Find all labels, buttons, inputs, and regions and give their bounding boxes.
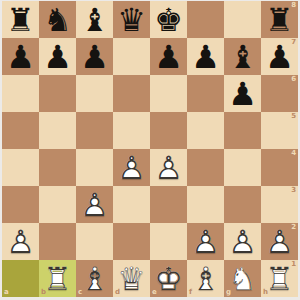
chess-board: ♜♞♝♛♚♜8♟♟♟♟♟♝♟7♟65♟♙♟♙4♟♙3♟♙♟♙♟♙♟♙2a♜♖b♝…: [2, 1, 298, 297]
square-g3[interactable]: [224, 186, 261, 223]
square-g7[interactable]: ♝: [224, 38, 261, 75]
piece-white-bishop[interactable]: ♝♗: [76, 260, 113, 297]
piece-white-queen[interactable]: ♛♕: [113, 260, 150, 297]
piece-black-pawn[interactable]: ♟: [224, 75, 261, 112]
square-h1[interactable]: ♜♖1h: [261, 260, 298, 297]
piece-outline-layer: ♙: [224, 223, 261, 260]
square-b4[interactable]: [39, 149, 76, 186]
square-g4[interactable]: [224, 149, 261, 186]
piece-white-pawn[interactable]: ♟♙: [150, 149, 187, 186]
square-h7[interactable]: ♟7: [261, 38, 298, 75]
square-a4[interactable]: [2, 149, 39, 186]
piece-outline-layer: ♔: [150, 260, 187, 297]
square-b8[interactable]: ♞: [39, 1, 76, 38]
piece-outline-layer: ♗: [187, 260, 224, 297]
square-f3[interactable]: [187, 186, 224, 223]
square-b6[interactable]: [39, 75, 76, 112]
piece-black-pawn[interactable]: ♟: [261, 38, 298, 75]
square-d7[interactable]: [113, 38, 150, 75]
square-c6[interactable]: [76, 75, 113, 112]
square-f1[interactable]: ♝♗f: [187, 260, 224, 297]
square-h5[interactable]: 5: [261, 112, 298, 149]
square-f5[interactable]: [187, 112, 224, 149]
square-e5[interactable]: [150, 112, 187, 149]
square-g8[interactable]: [224, 1, 261, 38]
piece-white-rook[interactable]: ♜♖: [261, 260, 298, 297]
square-f6[interactable]: [187, 75, 224, 112]
square-c4[interactable]: [76, 149, 113, 186]
piece-black-rook[interactable]: ♜: [261, 1, 298, 38]
square-g6[interactable]: ♟: [224, 75, 261, 112]
square-g1[interactable]: ♞♘g: [224, 260, 261, 297]
piece-white-bishop[interactable]: ♝♗: [187, 260, 224, 297]
piece-white-pawn[interactable]: ♟♙: [261, 223, 298, 260]
square-a7[interactable]: ♟: [2, 38, 39, 75]
square-e1[interactable]: ♚♔e: [150, 260, 187, 297]
square-d1[interactable]: ♛♕d: [113, 260, 150, 297]
chess-app: { "game": "chess", "position": { "fen": …: [0, 0, 300, 300]
piece-outline-layer: ♘: [224, 260, 261, 297]
piece-white-pawn[interactable]: ♟♙: [187, 223, 224, 260]
piece-black-knight[interactable]: ♞: [39, 1, 76, 38]
piece-white-rook[interactable]: ♜♖: [39, 260, 76, 297]
square-e7[interactable]: ♟: [150, 38, 187, 75]
piece-black-pawn[interactable]: ♟: [39, 38, 76, 75]
piece-white-pawn[interactable]: ♟♙: [2, 223, 39, 260]
square-b2[interactable]: [39, 223, 76, 260]
square-c7[interactable]: ♟: [76, 38, 113, 75]
square-c8[interactable]: ♝: [76, 1, 113, 38]
piece-outline-layer: ♙: [261, 223, 298, 260]
rank-label-4: 4: [291, 150, 296, 157]
square-a5[interactable]: [2, 112, 39, 149]
square-a3[interactable]: [2, 186, 39, 223]
square-g5[interactable]: [224, 112, 261, 149]
piece-white-king[interactable]: ♚♔: [150, 260, 187, 297]
piece-black-rook[interactable]: ♜: [2, 1, 39, 38]
piece-outline-layer: ♕: [113, 260, 150, 297]
square-b3[interactable]: [39, 186, 76, 223]
square-h3[interactable]: 3: [261, 186, 298, 223]
square-c2[interactable]: [76, 223, 113, 260]
piece-outline-layer: ♙: [2, 223, 39, 260]
square-h4[interactable]: 4: [261, 149, 298, 186]
square-a6[interactable]: [2, 75, 39, 112]
square-e3[interactable]: [150, 186, 187, 223]
square-d6[interactable]: [113, 75, 150, 112]
square-a1[interactable]: a: [2, 260, 39, 297]
square-e2[interactable]: [150, 223, 187, 260]
piece-outline-layer: ♙: [187, 223, 224, 260]
square-c3[interactable]: ♟♙: [76, 186, 113, 223]
piece-white-knight[interactable]: ♞♘: [224, 260, 261, 297]
square-g2[interactable]: ♟♙: [224, 223, 261, 260]
square-a8[interactable]: ♜: [2, 1, 39, 38]
piece-white-pawn[interactable]: ♟♙: [76, 186, 113, 223]
piece-outline-layer: ♙: [113, 149, 150, 186]
square-e6[interactable]: [150, 75, 187, 112]
square-d8[interactable]: ♛: [113, 1, 150, 38]
square-d4[interactable]: ♟♙: [113, 149, 150, 186]
square-f8[interactable]: [187, 1, 224, 38]
rank-label-6: 6: [291, 76, 296, 83]
square-f2[interactable]: ♟♙: [187, 223, 224, 260]
piece-black-king[interactable]: ♚: [150, 1, 187, 38]
piece-outline-layer: ♙: [150, 149, 187, 186]
piece-black-pawn[interactable]: ♟: [76, 38, 113, 75]
square-e4[interactable]: ♟♙: [150, 149, 187, 186]
piece-black-queen[interactable]: ♛: [113, 1, 150, 38]
square-b5[interactable]: [39, 112, 76, 149]
piece-outline-layer: ♖: [39, 260, 76, 297]
piece-black-bishop[interactable]: ♝: [224, 38, 261, 75]
piece-black-pawn[interactable]: ♟: [2, 38, 39, 75]
square-b7[interactable]: ♟: [39, 38, 76, 75]
square-e8[interactable]: ♚: [150, 1, 187, 38]
piece-black-bishop[interactable]: ♝: [76, 1, 113, 38]
square-c1[interactable]: ♝♗c: [76, 260, 113, 297]
square-h2[interactable]: ♟♙2: [261, 223, 298, 260]
square-f7[interactable]: ♟: [187, 38, 224, 75]
square-b1[interactable]: ♜♖b: [39, 260, 76, 297]
square-f4[interactable]: [187, 149, 224, 186]
piece-black-pawn[interactable]: ♟: [187, 38, 224, 75]
piece-white-pawn[interactable]: ♟♙: [113, 149, 150, 186]
piece-outline-layer: ♖: [261, 260, 298, 297]
square-d2[interactable]: [113, 223, 150, 260]
piece-outline-layer: ♙: [76, 186, 113, 223]
rank-label-5: 5: [291, 113, 296, 120]
square-h6[interactable]: 6: [261, 75, 298, 112]
rank-label-3: 3: [291, 187, 296, 194]
square-d3[interactable]: [113, 186, 150, 223]
file-label-a: a: [4, 289, 9, 296]
square-a2[interactable]: ♟♙: [2, 223, 39, 260]
piece-outline-layer: ♗: [76, 260, 113, 297]
piece-white-pawn[interactable]: ♟♙: [224, 223, 261, 260]
square-h8[interactable]: ♜8: [261, 1, 298, 38]
square-c5[interactable]: [76, 112, 113, 149]
square-d5[interactable]: [113, 112, 150, 149]
piece-black-pawn[interactable]: ♟: [150, 38, 187, 75]
